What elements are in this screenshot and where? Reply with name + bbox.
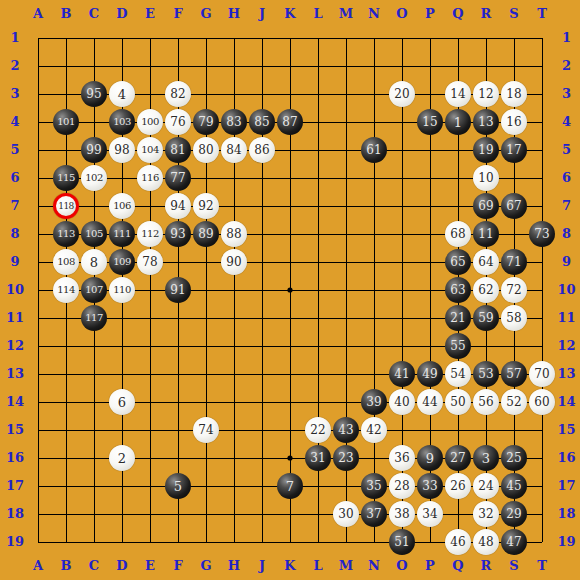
stone-white-B10-move-114: 114 (53, 277, 79, 303)
stone-white-E4-move-100: 100 (137, 109, 163, 135)
stone-white-Q19-move-46: 46 (445, 529, 471, 555)
stone-white-Q13-move-54: 54 (445, 361, 471, 387)
stone-black-N17-move-35: 35 (361, 473, 387, 499)
stone-black-L16-move-31: 31 (305, 445, 331, 471)
go-diagram: AABBCCDDEEFFGGHHJJKKLLMMNNOOPPQQRRSSTT11… (0, 0, 580, 580)
stone-black-Q9-move-65: 65 (445, 249, 471, 275)
col-label-bottom-R: R (472, 553, 500, 579)
stone-black-F8-move-93: 93 (165, 221, 191, 247)
col-label-bottom-M: M (332, 553, 360, 579)
stone-black-G4-move-79: 79 (193, 109, 219, 135)
stone-black-R7-move-69: 69 (473, 193, 499, 219)
col-label-bottom-Q: Q (444, 553, 472, 579)
stone-white-O16-move-36: 36 (389, 445, 415, 471)
stone-black-O19-move-51: 51 (389, 529, 415, 555)
col-label-bottom-O: O (388, 553, 416, 579)
row-label-right-9: 9 (553, 248, 580, 276)
stone-black-Q12-move-55: 55 (445, 333, 471, 359)
stone-white-G7-move-92: 92 (193, 193, 219, 219)
stone-white-D3-move-4: 4 (109, 81, 135, 107)
stone-black-R13-move-53: 53 (473, 361, 499, 387)
stone-white-G5-move-80: 80 (193, 137, 219, 163)
stone-white-F3-move-82: 82 (165, 81, 191, 107)
stone-black-S16-move-25: 25 (501, 445, 527, 471)
stone-black-C10-move-107: 107 (81, 277, 107, 303)
stone-white-D7-move-106: 106 (109, 193, 135, 219)
stone-black-S19-move-47: 47 (501, 529, 527, 555)
row-label-right-12: 12 (553, 332, 580, 360)
stone-black-R5-move-19: 19 (473, 137, 499, 163)
stone-black-D4-move-103: 103 (109, 109, 135, 135)
col-label-bottom-S: S (500, 553, 528, 579)
stone-black-M16-move-23: 23 (333, 445, 359, 471)
stone-black-N14-move-39: 39 (361, 389, 387, 415)
stone-white-O18-move-38: 38 (389, 501, 415, 527)
row-label-right-16: 16 (553, 444, 580, 472)
stone-white-E5-move-104: 104 (137, 137, 163, 163)
stone-white-P14-move-44: 44 (417, 389, 443, 415)
stone-black-P13-move-49: 49 (417, 361, 443, 387)
stone-white-H9-move-90: 90 (221, 249, 247, 275)
stone-white-T13-move-70: 70 (529, 361, 555, 387)
stone-white-C6-move-102: 102 (81, 165, 107, 191)
stone-white-B7-move-118: 118 (53, 193, 79, 219)
row-label-right-3: 3 (553, 80, 580, 108)
stone-white-D16-move-2: 2 (109, 445, 135, 471)
stone-black-S18-move-29: 29 (501, 501, 527, 527)
board-surface[interactable]: 1234567891011121314151617181920212223242… (24, 24, 556, 556)
stone-black-R11-move-59: 59 (473, 305, 499, 331)
col-label-bottom-D: D (108, 553, 136, 579)
stone-white-R6-move-10: 10 (473, 165, 499, 191)
stone-white-G15-move-74: 74 (193, 417, 219, 443)
stone-black-C8-move-105: 105 (81, 221, 107, 247)
stone-black-Q10-move-63: 63 (445, 277, 471, 303)
stone-black-F10-move-91: 91 (165, 277, 191, 303)
stone-white-H5-move-84: 84 (221, 137, 247, 163)
row-label-right-15: 15 (553, 416, 580, 444)
stone-white-J5-move-86: 86 (249, 137, 275, 163)
stone-black-R4-move-13: 13 (473, 109, 499, 135)
stone-white-Q3-move-14: 14 (445, 81, 471, 107)
stone-black-B4-move-101: 101 (53, 109, 79, 135)
stone-black-C11-move-117: 117 (81, 305, 107, 331)
stone-white-E9-move-78: 78 (137, 249, 163, 275)
stone-white-S14-move-52: 52 (501, 389, 527, 415)
stone-white-D5-move-98: 98 (109, 137, 135, 163)
stone-white-O14-move-40: 40 (389, 389, 415, 415)
stone-black-B6-move-115: 115 (53, 165, 79, 191)
row-label-right-10: 10 (553, 276, 580, 304)
stone-black-F17-move-5: 5 (165, 473, 191, 499)
col-label-bottom-J: J (248, 553, 276, 579)
row-label-right-19: 19 (553, 528, 580, 556)
row-label-right-7: 7 (553, 192, 580, 220)
stone-white-S10-move-72: 72 (501, 277, 527, 303)
stone-black-M15-move-43: 43 (333, 417, 359, 443)
stone-white-S11-move-58: 58 (501, 305, 527, 331)
stone-white-L15-move-22: 22 (305, 417, 331, 443)
stone-white-M18-move-30: 30 (333, 501, 359, 527)
stone-black-Q11-move-21: 21 (445, 305, 471, 331)
stone-black-C5-move-99: 99 (81, 137, 107, 163)
stone-black-T8-move-73: 73 (529, 221, 555, 247)
stone-black-R16-move-3: 3 (473, 445, 499, 471)
stone-black-P16-move-9: 9 (417, 445, 443, 471)
stone-white-R10-move-62: 62 (473, 277, 499, 303)
row-label-right-1: 1 (553, 24, 580, 52)
stone-white-E6-move-116: 116 (137, 165, 163, 191)
stone-black-B8-move-113: 113 (53, 221, 79, 247)
stone-white-D10-move-110: 110 (109, 277, 135, 303)
stone-white-S3-move-18: 18 (501, 81, 527, 107)
stone-white-R14-move-56: 56 (473, 389, 499, 415)
stone-black-K17-move-7: 7 (277, 473, 303, 499)
stone-white-O3-move-20: 20 (389, 81, 415, 107)
col-label-bottom-G: G (192, 553, 220, 579)
stone-white-R19-move-48: 48 (473, 529, 499, 555)
row-label-right-6: 6 (553, 164, 580, 192)
stone-black-S9-move-71: 71 (501, 249, 527, 275)
stone-black-S7-move-67: 67 (501, 193, 527, 219)
col-label-bottom-L: L (304, 553, 332, 579)
stone-white-S4-move-16: 16 (501, 109, 527, 135)
row-label-right-17: 17 (553, 472, 580, 500)
stone-white-O17-move-28: 28 (389, 473, 415, 499)
stone-black-S13-move-57: 57 (501, 361, 527, 387)
stone-black-N5-move-61: 61 (361, 137, 387, 163)
stone-white-F4-move-76: 76 (165, 109, 191, 135)
stone-black-J4-move-85: 85 (249, 109, 275, 135)
col-label-bottom-B: B (52, 553, 80, 579)
col-label-bottom-A: A (24, 553, 52, 579)
stone-white-R17-move-24: 24 (473, 473, 499, 499)
col-label-bottom-E: E (136, 553, 164, 579)
stone-black-S5-move-17: 17 (501, 137, 527, 163)
stone-white-Q8-move-68: 68 (445, 221, 471, 247)
col-label-bottom-K: K (276, 553, 304, 579)
stone-white-Q17-move-26: 26 (445, 473, 471, 499)
row-label-right-14: 14 (553, 388, 580, 416)
row-label-right-4: 4 (553, 108, 580, 136)
row-label-right-8: 8 (553, 220, 580, 248)
row-label-right-2: 2 (553, 52, 580, 80)
col-label-bottom-N: N (360, 553, 388, 579)
stone-white-Q14-move-50: 50 (445, 389, 471, 415)
stone-black-P4-move-15: 15 (417, 109, 443, 135)
stone-black-R8-move-11: 11 (473, 221, 499, 247)
col-label-bottom-T: T (528, 553, 556, 579)
stone-black-G8-move-89: 89 (193, 221, 219, 247)
stone-black-O13-move-41: 41 (389, 361, 415, 387)
stone-white-F7-move-94: 94 (165, 193, 191, 219)
stone-black-F6-move-77: 77 (165, 165, 191, 191)
col-label-bottom-P: P (416, 553, 444, 579)
stone-white-N15-move-42: 42 (361, 417, 387, 443)
stone-white-R3-move-12: 12 (473, 81, 499, 107)
stone-white-E8-move-112: 112 (137, 221, 163, 247)
row-label-right-11: 11 (553, 304, 580, 332)
stone-black-F5-move-81: 81 (165, 137, 191, 163)
stone-white-R9-move-64: 64 (473, 249, 499, 275)
row-label-right-13: 13 (553, 360, 580, 388)
stone-white-C9-move-8: 8 (81, 249, 107, 275)
stone-white-R18-move-32: 32 (473, 501, 499, 527)
stone-black-D8-move-111: 111 (109, 221, 135, 247)
stone-white-D14-move-6: 6 (109, 389, 135, 415)
col-label-bottom-H: H (220, 553, 248, 579)
col-label-bottom-F: F (164, 553, 192, 579)
stone-black-D9-move-109: 109 (109, 249, 135, 275)
stone-white-H8-move-88: 88 (221, 221, 247, 247)
stone-black-H4-move-83: 83 (221, 109, 247, 135)
stone-black-C3-move-95: 95 (81, 81, 107, 107)
stone-white-T14-move-60: 60 (529, 389, 555, 415)
stone-white-P18-move-34: 34 (417, 501, 443, 527)
col-label-bottom-C: C (80, 553, 108, 579)
stone-black-Q16-move-27: 27 (445, 445, 471, 471)
stone-black-K4-move-87: 87 (277, 109, 303, 135)
row-label-right-5: 5 (553, 136, 580, 164)
stone-black-P17-move-33: 33 (417, 473, 443, 499)
stone-black-Q4-move-1: 1 (445, 109, 471, 135)
stone-black-N18-move-37: 37 (361, 501, 387, 527)
stone-black-S17-move-45: 45 (501, 473, 527, 499)
row-label-right-18: 18 (553, 500, 580, 528)
stone-white-B9-move-108: 108 (53, 249, 79, 275)
